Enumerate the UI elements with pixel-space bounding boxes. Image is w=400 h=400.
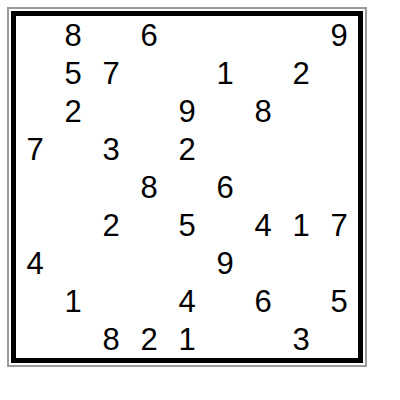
cell-r9c9[interactable] xyxy=(320,320,358,358)
cell-r9c4[interactable]: 2 xyxy=(130,320,170,358)
cell-r1c7[interactable] xyxy=(244,16,284,56)
cell-r4c3[interactable]: 3 xyxy=(92,130,135,170)
cell-r3c2[interactable]: 2 xyxy=(54,92,94,135)
cell-r2c3[interactable]: 7 xyxy=(92,54,135,94)
cell-r4c8[interactable] xyxy=(282,130,322,170)
cell-r7c5[interactable] xyxy=(168,244,208,284)
cell-r6c1[interactable] xyxy=(16,206,56,249)
cell-r3c1[interactable] xyxy=(16,92,56,135)
cell-r6c9[interactable]: 7 xyxy=(320,206,358,249)
sudoku-board: 869571229873286254174914658213 xyxy=(11,11,363,363)
cell-r8c9[interactable]: 5 xyxy=(320,282,358,322)
cell-r1c4[interactable]: 6 xyxy=(130,16,170,56)
cell-r5c9[interactable] xyxy=(320,168,358,208)
cell-r8c5[interactable]: 4 xyxy=(168,282,208,322)
cell-r7c2[interactable] xyxy=(54,244,94,284)
cell-r3c4[interactable] xyxy=(130,92,170,135)
cell-r1c9[interactable]: 9 xyxy=(320,16,358,56)
cell-r4c1[interactable]: 7 xyxy=(16,130,56,170)
cell-r3c7[interactable]: 8 xyxy=(244,92,284,135)
cell-r9c3[interactable]: 8 xyxy=(92,320,135,358)
cell-r3c5[interactable]: 9 xyxy=(168,92,208,135)
cell-r5c6[interactable]: 6 xyxy=(206,168,249,208)
cell-r6c3[interactable]: 2 xyxy=(92,206,135,249)
board-frame: 869571229873286254174914658213 xyxy=(7,7,367,367)
cell-r1c8[interactable] xyxy=(282,16,322,56)
cell-r5c5[interactable] xyxy=(168,168,208,208)
cell-r9c6[interactable] xyxy=(206,320,249,358)
cell-r2c9[interactable] xyxy=(320,54,358,94)
cell-r4c5[interactable]: 2 xyxy=(168,130,208,170)
cell-r9c8[interactable]: 3 xyxy=(282,320,322,358)
cell-r6c2[interactable] xyxy=(54,206,94,249)
cell-r5c7[interactable] xyxy=(244,168,284,208)
cell-r3c9[interactable] xyxy=(320,92,358,135)
cell-r4c9[interactable] xyxy=(320,130,358,170)
cell-r1c1[interactable] xyxy=(16,16,56,56)
cell-r5c1[interactable] xyxy=(16,168,56,208)
cell-r6c7[interactable]: 4 xyxy=(244,206,284,249)
cell-r2c2[interactable]: 5 xyxy=(54,54,94,94)
cell-r8c1[interactable] xyxy=(16,282,56,322)
cell-r7c8[interactable] xyxy=(282,244,322,284)
cell-r8c2[interactable]: 1 xyxy=(54,282,94,322)
cell-r4c6[interactable] xyxy=(206,130,249,170)
cell-r7c7[interactable] xyxy=(244,244,284,284)
cell-r7c4[interactable] xyxy=(130,244,170,284)
cell-r7c6[interactable]: 9 xyxy=(206,244,249,284)
cell-r1c3[interactable] xyxy=(92,16,135,56)
cell-r4c2[interactable] xyxy=(54,130,94,170)
cell-r7c1[interactable]: 4 xyxy=(16,244,56,284)
cell-r1c2[interactable]: 8 xyxy=(54,16,94,56)
cell-r2c1[interactable] xyxy=(16,54,56,94)
cell-r1c5[interactable] xyxy=(168,16,208,56)
cell-r8c6[interactable] xyxy=(206,282,249,322)
cell-r6c4[interactable] xyxy=(130,206,170,249)
cell-r9c1[interactable] xyxy=(16,320,56,358)
cell-r5c4[interactable]: 8 xyxy=(130,168,170,208)
cell-r8c7[interactable]: 6 xyxy=(244,282,284,322)
cell-r2c6[interactable]: 1 xyxy=(206,54,249,94)
cell-r3c3[interactable] xyxy=(92,92,135,135)
cell-r3c6[interactable] xyxy=(206,92,249,135)
cell-r6c5[interactable]: 5 xyxy=(168,206,208,249)
cell-r5c2[interactable] xyxy=(54,168,94,208)
cell-r7c3[interactable] xyxy=(92,244,135,284)
cell-r6c8[interactable]: 1 xyxy=(282,206,322,249)
cell-r8c3[interactable] xyxy=(92,282,135,322)
cell-r4c4[interactable] xyxy=(130,130,170,170)
cell-r4c7[interactable] xyxy=(244,130,284,170)
cell-r7c9[interactable] xyxy=(320,244,358,284)
cell-r9c2[interactable] xyxy=(54,320,94,358)
cell-r6c6[interactable] xyxy=(206,206,249,249)
cell-r2c8[interactable]: 2 xyxy=(282,54,322,94)
cell-r8c4[interactable] xyxy=(130,282,170,322)
cell-r2c5[interactable] xyxy=(168,54,208,94)
cell-r9c7[interactable] xyxy=(244,320,284,358)
cell-r1c6[interactable] xyxy=(206,16,249,56)
cell-r8c8[interactable] xyxy=(282,282,322,322)
cell-r9c5[interactable]: 1 xyxy=(168,320,208,358)
cell-r5c3[interactable] xyxy=(92,168,135,208)
cell-r3c8[interactable] xyxy=(282,92,322,135)
cell-r2c4[interactable] xyxy=(130,54,170,94)
cell-r5c8[interactable] xyxy=(282,168,322,208)
cell-r2c7[interactable] xyxy=(244,54,284,94)
